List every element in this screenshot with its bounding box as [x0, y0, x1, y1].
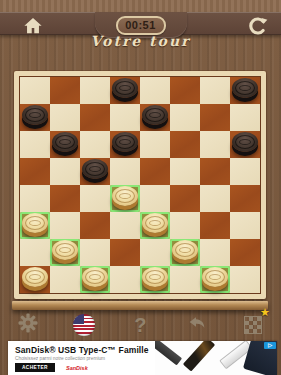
- adchoices-icon[interactable]: ▷: [264, 342, 276, 349]
- board-square[interactable]: [140, 185, 170, 212]
- board-square[interactable]: [200, 131, 230, 158]
- question-mark-icon: ?: [134, 314, 146, 337]
- checker-piece-dark[interactable]: [232, 132, 258, 152]
- checker-piece-light[interactable]: [52, 240, 78, 260]
- checker-piece-light[interactable]: [142, 267, 168, 287]
- board-square[interactable]: [50, 77, 80, 104]
- ad-subtitle: Choisissez parmi notre collection premiu…: [15, 356, 105, 361]
- board-square[interactable]: [50, 266, 80, 293]
- checker-piece-dark[interactable]: [52, 132, 78, 152]
- board-square[interactable]: [170, 185, 200, 212]
- board-square[interactable]: [170, 131, 200, 158]
- board-square[interactable]: [170, 158, 200, 185]
- checker-piece-light[interactable]: [112, 186, 138, 206]
- board-square[interactable]: [20, 131, 50, 158]
- checker-piece-dark[interactable]: [112, 132, 138, 152]
- board-square[interactable]: [20, 266, 50, 293]
- board-square[interactable]: [110, 131, 140, 158]
- top-wood-strip: [0, 0, 281, 12]
- board-square[interactable]: [50, 185, 80, 212]
- ad-brand-logo: SanDisk: [66, 365, 88, 371]
- board-square[interactable]: [230, 104, 260, 131]
- board-square[interactable]: [110, 239, 140, 266]
- language-button[interactable]: [70, 311, 98, 339]
- new-game-button[interactable]: ★: [239, 311, 267, 339]
- checker-piece-light[interactable]: [142, 213, 168, 233]
- board-square[interactable]: [200, 104, 230, 131]
- checker-piece-dark[interactable]: [142, 105, 168, 125]
- board-square[interactable]: [230, 212, 260, 239]
- board-area: [14, 71, 266, 299]
- board-square[interactable]: [110, 212, 140, 239]
- board-square[interactable]: [80, 239, 110, 266]
- board-square[interactable]: [140, 212, 170, 239]
- board-square[interactable]: [110, 266, 140, 293]
- gear-icon: [17, 312, 39, 338]
- board-square[interactable]: [80, 266, 110, 293]
- board-square[interactable]: [170, 266, 200, 293]
- board-base-edge: [12, 301, 268, 310]
- board-square[interactable]: [110, 77, 140, 104]
- undo-arrow-icon: [185, 313, 209, 337]
- board-square[interactable]: [110, 185, 140, 212]
- checker-piece-light[interactable]: [22, 267, 48, 287]
- board-square[interactable]: [230, 185, 260, 212]
- board-square[interactable]: [230, 131, 260, 158]
- app-screen: 00:51 Votre tour: [0, 0, 281, 375]
- checker-piece-light[interactable]: [82, 267, 108, 287]
- board-square[interactable]: [80, 131, 110, 158]
- board-square[interactable]: [200, 239, 230, 266]
- board-square[interactable]: [230, 239, 260, 266]
- board-square[interactable]: [20, 104, 50, 131]
- board-square[interactable]: [110, 158, 140, 185]
- board-square[interactable]: [200, 158, 230, 185]
- board-square[interactable]: [80, 185, 110, 212]
- board-square[interactable]: [140, 266, 170, 293]
- board-square[interactable]: [50, 239, 80, 266]
- help-button[interactable]: ?: [126, 311, 154, 339]
- us-flag-icon: [73, 314, 95, 336]
- board-square[interactable]: [50, 131, 80, 158]
- checker-piece-dark[interactable]: [82, 159, 108, 179]
- board-square[interactable]: [140, 158, 170, 185]
- turn-status-text: Votre tour: [0, 33, 281, 49]
- board-square[interactable]: [170, 212, 200, 239]
- bottom-toolbar: ? ★: [0, 311, 281, 339]
- undo-button[interactable]: [183, 311, 211, 339]
- board-square[interactable]: [230, 77, 260, 104]
- ad-banner[interactable]: SanDisk® USB Type-C™ Famille Choisissez …: [8, 341, 277, 375]
- usb-drive-image: [183, 341, 215, 372]
- board-square[interactable]: [20, 77, 50, 104]
- board-frame: [14, 71, 266, 299]
- checker-piece-light[interactable]: [172, 240, 198, 260]
- checker-piece-dark[interactable]: [112, 78, 138, 98]
- board-square[interactable]: [200, 77, 230, 104]
- board-square[interactable]: [230, 158, 260, 185]
- ad-title: SanDisk® USB Type-C™ Famille: [15, 345, 149, 355]
- board-square[interactable]: [170, 239, 200, 266]
- star-icon: ★: [260, 307, 270, 318]
- checker-piece-dark[interactable]: [232, 78, 258, 98]
- checker-piece-dark[interactable]: [22, 105, 48, 125]
- board-square[interactable]: [50, 158, 80, 185]
- board-square[interactable]: [140, 131, 170, 158]
- board-grid: [19, 76, 261, 294]
- board-square[interactable]: [170, 104, 200, 131]
- board-square[interactable]: [140, 104, 170, 131]
- board-square[interactable]: [20, 212, 50, 239]
- board-square[interactable]: [200, 185, 230, 212]
- board-square[interactable]: [50, 104, 80, 131]
- board-square[interactable]: [50, 212, 80, 239]
- board-square[interactable]: [140, 239, 170, 266]
- checker-piece-light[interactable]: [202, 267, 228, 287]
- ad-product-image: [155, 341, 277, 375]
- board-square[interactable]: [110, 104, 140, 131]
- board-square[interactable]: [80, 104, 110, 131]
- board-square[interactable]: [230, 266, 260, 293]
- board-square[interactable]: [20, 185, 50, 212]
- board-square[interactable]: [140, 77, 170, 104]
- board-square[interactable]: [80, 158, 110, 185]
- usb-drive-image: [155, 341, 182, 366]
- board-square[interactable]: [200, 212, 230, 239]
- board-square[interactable]: [80, 212, 110, 239]
- board-square[interactable]: [170, 77, 200, 104]
- checker-piece-light[interactable]: [22, 213, 48, 233]
- ad-buy-button[interactable]: ACHETER: [15, 363, 55, 372]
- board-square[interactable]: [200, 266, 230, 293]
- board-square[interactable]: [80, 77, 110, 104]
- board-square[interactable]: [20, 239, 50, 266]
- settings-button[interactable]: [14, 311, 42, 339]
- board-square[interactable]: [20, 158, 50, 185]
